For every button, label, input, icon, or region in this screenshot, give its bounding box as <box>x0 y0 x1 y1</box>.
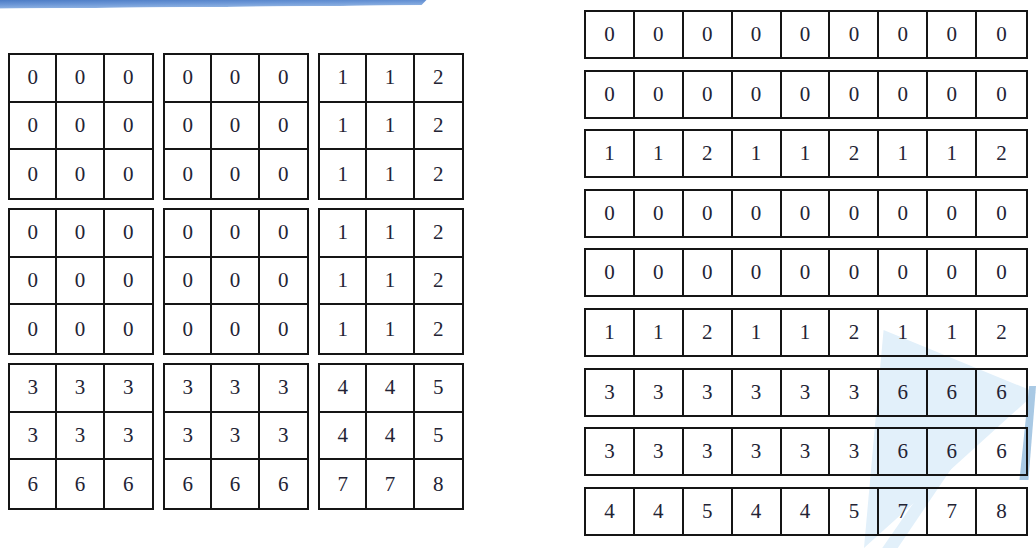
grid-cell: 3 <box>782 370 831 415</box>
grid-cell: 0 <box>879 191 928 236</box>
matrix-block-3: 000000000 <box>8 208 154 355</box>
grid-cell: 3 <box>165 365 212 413</box>
grid-cell: 0 <box>212 305 259 353</box>
grid-cell: 0 <box>684 191 733 236</box>
grid-cell: 1 <box>586 131 635 176</box>
grid-cell: 1 <box>733 131 782 176</box>
grid-cell: 0 <box>10 258 57 306</box>
matrix-block-4: 000000000 <box>163 208 309 355</box>
row-vector-5: 112112112 <box>584 308 1028 357</box>
grid-cell: 1 <box>320 210 367 258</box>
grid-cell: 2 <box>977 310 1026 355</box>
grid-cell: 4 <box>320 413 367 461</box>
grid-cell: 2 <box>684 131 733 176</box>
grid-cell: 1 <box>586 310 635 355</box>
row-vector-2: 112112112 <box>584 129 1028 178</box>
grid-cell: 0 <box>105 55 152 103</box>
grid-cell: 0 <box>830 12 879 57</box>
grid-cell: 2 <box>415 258 462 306</box>
grid-cell: 0 <box>928 250 977 295</box>
grid-cell: 0 <box>165 258 212 306</box>
grid-cell: 3 <box>165 413 212 461</box>
grid-cell: 0 <box>10 103 57 151</box>
grid-cell: 0 <box>212 210 259 258</box>
grid-cell: 4 <box>733 489 782 534</box>
grid-cell: 0 <box>684 12 733 57</box>
grid-cell: 0 <box>57 103 104 151</box>
grid-cell: 0 <box>10 210 57 258</box>
grid-cell: 4 <box>367 413 414 461</box>
grid-cell: 6 <box>879 429 928 474</box>
grid-cell: 3 <box>105 413 152 461</box>
grid-cell: 0 <box>977 191 1026 236</box>
grid-cell: 3 <box>57 413 104 461</box>
grid-cell: 5 <box>684 489 733 534</box>
grid-cell: 4 <box>782 489 831 534</box>
grid-cell: 0 <box>105 305 152 353</box>
grid-cell: 2 <box>415 305 462 353</box>
grid-cell: 0 <box>928 72 977 117</box>
grid-cell: 2 <box>684 310 733 355</box>
grid-cell: 7 <box>928 489 977 534</box>
grid-cell: 4 <box>586 489 635 534</box>
matrix-block-7: 333333666 <box>163 363 309 510</box>
grid-cell: 3 <box>782 429 831 474</box>
grid-cell: 1 <box>320 305 367 353</box>
grid-cell: 7 <box>320 460 367 508</box>
grid-cell: 0 <box>260 55 307 103</box>
grid-cell: 1 <box>879 131 928 176</box>
grid-cell: 3 <box>260 365 307 413</box>
grid-cell: 4 <box>320 365 367 413</box>
grid-cell: 0 <box>105 210 152 258</box>
grid-cell: 3 <box>57 365 104 413</box>
grid-cell: 0 <box>165 55 212 103</box>
grid-cell: 5 <box>415 365 462 413</box>
matrix-block-5: 112112112 <box>318 208 464 355</box>
grid-cell: 0 <box>165 103 212 151</box>
matrix-block-2: 112112112 <box>318 53 464 200</box>
grid-cell: 0 <box>635 250 684 295</box>
grid-cell: 1 <box>733 310 782 355</box>
grid-cell: 2 <box>830 310 879 355</box>
grid-cell: 6 <box>57 460 104 508</box>
grid-cell: 2 <box>415 150 462 198</box>
row-vector-3: 000000000 <box>584 189 1028 238</box>
grid-cell: 0 <box>260 305 307 353</box>
grid-cell: 0 <box>635 12 684 57</box>
row-vector-4: 000000000 <box>584 248 1028 297</box>
grid-cell: 3 <box>830 429 879 474</box>
grid-cell: 0 <box>57 305 104 353</box>
grid-cell: 0 <box>635 72 684 117</box>
grid-cell: 1 <box>367 305 414 353</box>
grid-cell: 3 <box>586 429 635 474</box>
grid-cell: 6 <box>260 460 307 508</box>
grid-cell: 6 <box>10 460 57 508</box>
grid-cell: 1 <box>782 310 831 355</box>
grid-cell: 3 <box>733 429 782 474</box>
grid-cell: 1 <box>782 131 831 176</box>
grid-cell: 6 <box>105 460 152 508</box>
grid-cell: 1 <box>928 310 977 355</box>
grid-cell: 0 <box>928 191 977 236</box>
grid-cell: 0 <box>105 258 152 306</box>
grid-cell: 0 <box>57 210 104 258</box>
grid-cell: 0 <box>57 150 104 198</box>
row-vector-1: 000000000 <box>584 70 1028 119</box>
grid-cell: 3 <box>212 413 259 461</box>
grid-cell: 2 <box>415 210 462 258</box>
grid-cell: 1 <box>367 55 414 103</box>
grid-cell: 1 <box>320 55 367 103</box>
grid-cell: 0 <box>10 150 57 198</box>
grid-cell: 2 <box>830 131 879 176</box>
row-vector-7: 333333666 <box>584 427 1028 476</box>
grid-cell: 3 <box>260 413 307 461</box>
grid-cell: 6 <box>879 370 928 415</box>
row-vector-8: 445445778 <box>584 487 1028 536</box>
grid-cell: 0 <box>879 72 928 117</box>
grid-cell: 0 <box>977 72 1026 117</box>
grid-cell: 0 <box>928 12 977 57</box>
grid-cell: 3 <box>10 365 57 413</box>
grid-cell: 3 <box>684 370 733 415</box>
grid-cell: 3 <box>830 370 879 415</box>
grid-cell: 0 <box>733 12 782 57</box>
grid-cell: 0 <box>879 250 928 295</box>
grid-cell: 1 <box>320 103 367 151</box>
grid-cell: 0 <box>10 55 57 103</box>
grid-cell: 1 <box>320 150 367 198</box>
grid-cell: 0 <box>782 72 831 117</box>
grid-cell: 7 <box>879 489 928 534</box>
grid-cell: 0 <box>212 258 259 306</box>
slide-canvas: 0000000000000000001121121120000000000000… <box>0 0 1036 548</box>
grid-cell: 3 <box>105 365 152 413</box>
matrix-block-1: 000000000 <box>163 53 309 200</box>
grid-cell: 3 <box>10 413 57 461</box>
matrix-block-8: 445445778 <box>318 363 464 510</box>
grid-cell: 3 <box>586 370 635 415</box>
grid-cell: 0 <box>57 55 104 103</box>
matrix-block-6: 333333666 <box>8 363 154 510</box>
grid-cell: 1 <box>635 131 684 176</box>
row-vector-6: 333333666 <box>584 368 1028 417</box>
grid-cell: 0 <box>260 210 307 258</box>
grid-cell: 0 <box>733 250 782 295</box>
grid-cell: 7 <box>367 460 414 508</box>
grid-cell: 0 <box>782 12 831 57</box>
grid-cell: 0 <box>977 250 1026 295</box>
grid-cell: 5 <box>415 413 462 461</box>
title-underline-bar <box>0 0 430 9</box>
grid-cell: 0 <box>879 12 928 57</box>
right-row-vectors: 0000000000000000001121121120000000000000… <box>584 10 1028 536</box>
grid-cell: 2 <box>415 103 462 151</box>
grid-cell: 4 <box>635 489 684 534</box>
grid-cell: 3 <box>684 429 733 474</box>
grid-cell: 0 <box>782 191 831 236</box>
grid-cell: 1 <box>367 103 414 151</box>
grid-cell: 6 <box>928 429 977 474</box>
grid-cell: 1 <box>367 258 414 306</box>
grid-cell: 0 <box>733 72 782 117</box>
grid-cell: 1 <box>928 131 977 176</box>
grid-cell: 0 <box>586 191 635 236</box>
grid-cell: 0 <box>830 250 879 295</box>
grid-cell: 0 <box>105 150 152 198</box>
grid-cell: 8 <box>977 489 1026 534</box>
grid-cell: 3 <box>212 365 259 413</box>
grid-cell: 0 <box>684 250 733 295</box>
row-vector-0: 000000000 <box>584 10 1028 59</box>
grid-cell: 0 <box>57 258 104 306</box>
grid-cell: 1 <box>367 210 414 258</box>
grid-cell: 1 <box>367 150 414 198</box>
grid-cell: 3 <box>733 370 782 415</box>
grid-cell: 6 <box>977 370 1026 415</box>
grid-cell: 0 <box>684 72 733 117</box>
left-block-matrices: 0000000000000000001121121120000000000000… <box>8 53 464 510</box>
grid-cell: 0 <box>165 305 212 353</box>
grid-cell: 6 <box>977 429 1026 474</box>
grid-cell: 0 <box>586 250 635 295</box>
grid-cell: 3 <box>635 370 684 415</box>
grid-cell: 0 <box>212 103 259 151</box>
grid-cell: 0 <box>830 72 879 117</box>
grid-cell: 0 <box>10 305 57 353</box>
grid-cell: 0 <box>260 103 307 151</box>
grid-cell: 0 <box>977 12 1026 57</box>
grid-cell: 6 <box>165 460 212 508</box>
grid-cell: 0 <box>586 72 635 117</box>
grid-cell: 2 <box>415 55 462 103</box>
grid-cell: 6 <box>212 460 259 508</box>
grid-cell: 0 <box>165 210 212 258</box>
grid-cell: 0 <box>635 191 684 236</box>
grid-cell: 1 <box>635 310 684 355</box>
grid-cell: 0 <box>782 250 831 295</box>
grid-cell: 0 <box>586 12 635 57</box>
grid-cell: 8 <box>415 460 462 508</box>
grid-cell: 6 <box>928 370 977 415</box>
grid-cell: 0 <box>165 150 212 198</box>
grid-cell: 0 <box>105 103 152 151</box>
grid-cell: 1 <box>320 258 367 306</box>
grid-cell: 0 <box>212 150 259 198</box>
grid-cell: 4 <box>367 365 414 413</box>
grid-cell: 3 <box>635 429 684 474</box>
grid-cell: 5 <box>830 489 879 534</box>
grid-cell: 0 <box>212 55 259 103</box>
matrix-block-0: 000000000 <box>8 53 154 200</box>
grid-cell: 0 <box>260 258 307 306</box>
grid-cell: 0 <box>260 150 307 198</box>
grid-cell: 1 <box>879 310 928 355</box>
grid-cell: 0 <box>733 191 782 236</box>
grid-cell: 2 <box>977 131 1026 176</box>
grid-cell: 0 <box>830 191 879 236</box>
